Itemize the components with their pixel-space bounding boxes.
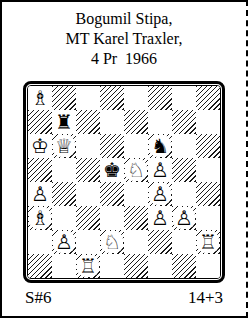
square-c3 <box>76 206 100 230</box>
black-knight-f6: ♞ <box>149 135 171 157</box>
square-e2 <box>124 230 148 254</box>
black-king-d5: ♚ <box>101 159 123 181</box>
square-a4: ♙ <box>28 182 52 206</box>
square-c6 <box>76 134 100 158</box>
square-d2: ♘ <box>100 230 124 254</box>
square-g3: ♙ <box>172 206 196 230</box>
square-e1 <box>124 254 148 278</box>
square-b3 <box>52 206 76 230</box>
white-rook-c1: ♖ <box>77 255 99 277</box>
square-d6 <box>100 134 124 158</box>
square-a6: ♔ <box>28 134 52 158</box>
white-knight-d2: ♘ <box>101 231 123 253</box>
square-c4 <box>76 182 100 206</box>
square-h2: ♖ <box>196 230 220 254</box>
square-a3: ♗ <box>28 206 52 230</box>
square-e6 <box>124 134 148 158</box>
title-author-line: Bogumil Stipa, <box>2 9 246 29</box>
white-pawn-g3: ♙ <box>173 207 195 229</box>
square-f3: ♙ <box>148 206 172 230</box>
board-inner-frame: ♗♜♔♕♞♚♘♙♙♙♗♙♙♙♘♖♖ <box>27 85 221 279</box>
white-queen-b6: ♕ <box>53 135 75 157</box>
white-bishop-a3: ♗ <box>29 207 51 229</box>
white-king-a6: ♔ <box>29 135 51 157</box>
square-a2 <box>28 230 52 254</box>
square-h5 <box>196 158 220 182</box>
square-f2 <box>148 230 172 254</box>
caption-row: S#6 14+3 <box>23 288 225 308</box>
problem-title: Bogumil Stipa, MT Karel Traxler, 4 Pr 19… <box>2 9 246 69</box>
square-e4 <box>124 182 148 206</box>
square-h3 <box>196 206 220 230</box>
square-e5: ♘ <box>124 158 148 182</box>
square-g4 <box>172 182 196 206</box>
square-e7 <box>124 110 148 134</box>
white-bishop-a8: ♗ <box>29 87 51 109</box>
square-g2 <box>172 230 196 254</box>
square-h4 <box>196 182 220 206</box>
square-e3 <box>124 206 148 230</box>
square-d3 <box>100 206 124 230</box>
square-a8: ♗ <box>28 86 52 110</box>
square-b7: ♜ <box>52 110 76 134</box>
square-g1 <box>172 254 196 278</box>
square-d7 <box>100 110 124 134</box>
square-d1 <box>100 254 124 278</box>
square-e8 <box>124 86 148 110</box>
square-a7 <box>28 110 52 134</box>
square-f1 <box>148 254 172 278</box>
square-h6 <box>196 134 220 158</box>
white-rook-h2: ♖ <box>197 231 219 253</box>
square-c1: ♖ <box>76 254 100 278</box>
square-b8 <box>52 86 76 110</box>
square-a5 <box>28 158 52 182</box>
square-f7 <box>148 110 172 134</box>
square-g8 <box>172 86 196 110</box>
square-g6 <box>172 134 196 158</box>
black-rook-b7: ♜ <box>53 111 75 133</box>
square-g7 <box>172 110 196 134</box>
square-d4 <box>100 182 124 206</box>
white-pawn-f4: ♙ <box>149 183 171 205</box>
title-award-line: 4 Pr 1966 <box>2 49 246 69</box>
square-f4: ♙ <box>148 182 172 206</box>
square-b6: ♕ <box>52 134 76 158</box>
title-tourney-line: MT Karel Traxler, <box>2 29 246 49</box>
square-h1 <box>196 254 220 278</box>
material-count-label: 14+3 <box>188 288 223 308</box>
square-f6: ♞ <box>148 134 172 158</box>
square-b2: ♙ <box>52 230 76 254</box>
square-f5: ♙ <box>148 158 172 182</box>
white-pawn-f5: ♙ <box>149 159 171 181</box>
stipulation-label: S#6 <box>25 288 51 308</box>
square-b5 <box>52 158 76 182</box>
white-pawn-b2: ♙ <box>53 231 75 253</box>
square-d5: ♚ <box>100 158 124 182</box>
square-a1 <box>28 254 52 278</box>
white-knight-e5: ♘ <box>125 159 147 181</box>
square-h7 <box>196 110 220 134</box>
square-c2 <box>76 230 100 254</box>
chess-board: ♗♜♔♕♞♚♘♙♙♙♗♙♙♙♘♖♖ <box>28 86 220 278</box>
square-h8 <box>196 86 220 110</box>
page-frame: Bogumil Stipa, MT Karel Traxler, 4 Pr 19… <box>0 0 248 318</box>
square-b1 <box>52 254 76 278</box>
square-d8 <box>100 86 124 110</box>
square-c8 <box>76 86 100 110</box>
white-pawn-a4: ♙ <box>29 183 51 205</box>
square-c7 <box>76 110 100 134</box>
board-frame: ♗♜♔♕♞♚♘♙♙♙♗♙♙♙♘♖♖ <box>23 81 225 283</box>
square-g5 <box>172 158 196 182</box>
square-b4 <box>52 182 76 206</box>
white-pawn-f3: ♙ <box>149 207 171 229</box>
square-c5 <box>76 158 100 182</box>
square-f8 <box>148 86 172 110</box>
